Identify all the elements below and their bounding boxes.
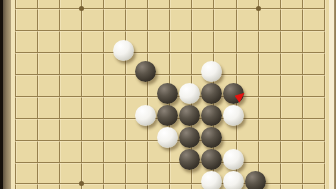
white-stone — [201, 61, 222, 82]
grid-hline — [15, 183, 325, 184]
board-margin-left — [11, 0, 15, 189]
white-stone — [223, 105, 244, 126]
grid-hline — [15, 30, 325, 31]
black-stone — [223, 83, 244, 104]
star-point — [256, 6, 261, 11]
white-stone — [113, 40, 134, 61]
black-stone — [157, 83, 178, 104]
video-frame — [0, 0, 336, 189]
white-stone — [223, 171, 244, 189]
board-wood-edge-left — [3, 0, 11, 189]
grid-hline — [15, 74, 325, 75]
black-stone — [157, 105, 178, 126]
black-stone — [245, 171, 266, 189]
star-point — [79, 181, 84, 186]
white-stone — [223, 149, 244, 170]
star-point — [79, 6, 84, 11]
black-stone — [135, 61, 156, 82]
black-stone — [201, 83, 222, 104]
black-stone — [201, 105, 222, 126]
white-stone — [201, 171, 222, 189]
black-stone — [179, 149, 200, 170]
grid-hline — [15, 8, 325, 9]
black-stone — [201, 149, 222, 170]
gomoku-board[interactable] — [0, 0, 336, 189]
grid-hline — [15, 162, 325, 163]
black-stone — [179, 127, 200, 148]
white-stone — [135, 105, 156, 126]
black-stone — [201, 127, 222, 148]
grid-hline — [15, 52, 325, 53]
black-stone — [179, 105, 200, 126]
white-stone — [157, 127, 178, 148]
white-stone — [179, 83, 200, 104]
